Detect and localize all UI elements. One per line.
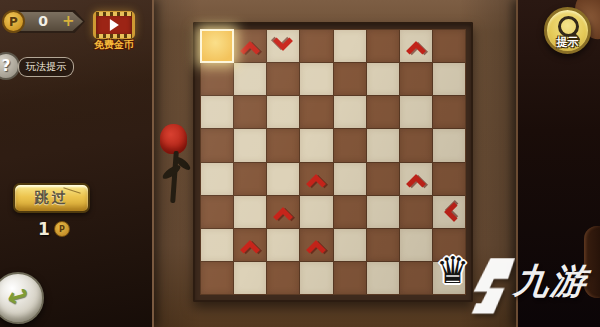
board-cell[interactable] — [300, 129, 332, 161]
board-cell[interactable] — [433, 196, 465, 228]
board-cell[interactable] — [334, 196, 366, 228]
board-cell[interactable] — [433, 229, 465, 261]
board-cell[interactable] — [267, 262, 299, 294]
arrow-up-icon — [273, 207, 293, 227]
board-cell[interactable] — [267, 163, 299, 195]
board-cell[interactable] — [234, 229, 266, 261]
skip-button[interactable]: 跳过 — [13, 183, 90, 213]
board-cell[interactable] — [234, 63, 266, 95]
tulip-petal — [160, 124, 187, 154]
arrow-up-icon — [406, 174, 426, 194]
highlighted-cell[interactable] — [201, 30, 233, 62]
board-cell[interactable] — [367, 229, 399, 261]
board-cell[interactable] — [400, 129, 432, 161]
p-coin-icon: P — [2, 10, 25, 33]
door-handle-bottom — [584, 226, 600, 298]
film-strip-icon — [93, 11, 135, 39]
board-cell[interactable] — [234, 163, 266, 195]
board-cell[interactable] — [433, 129, 465, 161]
board-cell[interactable] — [367, 63, 399, 95]
board-cell[interactable] — [367, 196, 399, 228]
board-cell[interactable] — [334, 30, 366, 62]
board-cell[interactable] — [267, 96, 299, 128]
board-cell[interactable] — [267, 129, 299, 161]
arrow-up-icon — [240, 240, 260, 260]
board-cell[interactable] — [267, 63, 299, 95]
board-cell[interactable] — [300, 96, 332, 128]
board-cell[interactable] — [334, 163, 366, 195]
board-cell[interactable] — [334, 129, 366, 161]
board-cell[interactable] — [300, 196, 332, 228]
question-mark-icon: ? — [0, 52, 20, 80]
board-cell[interactable] — [234, 96, 266, 128]
board-cell[interactable] — [201, 196, 233, 228]
play-icon — [110, 19, 119, 31]
board-cell[interactable] — [201, 129, 233, 161]
board-cell[interactable] — [300, 229, 332, 261]
board-cell[interactable] — [400, 96, 432, 128]
board-cell[interactable] — [433, 262, 465, 294]
board-cell[interactable] — [300, 262, 332, 294]
board-frame — [193, 22, 473, 302]
board-cell[interactable] — [367, 96, 399, 128]
p-coin-icon: P — [54, 221, 70, 237]
board — [200, 29, 466, 295]
board-cell[interactable] — [201, 96, 233, 128]
board-cell[interactable] — [334, 63, 366, 95]
board-cell[interactable] — [234, 30, 266, 62]
board-cell[interactable] — [367, 163, 399, 195]
arrow-left-icon — [444, 202, 464, 222]
board-cell[interactable] — [334, 96, 366, 128]
add-coins-button[interactable]: + — [62, 12, 75, 30]
board-cell[interactable] — [267, 229, 299, 261]
howto-label: 玩法提示 — [18, 57, 74, 77]
board-cell[interactable] — [433, 96, 465, 128]
board-cell[interactable] — [400, 229, 432, 261]
board-cell[interactable] — [367, 30, 399, 62]
board-cell[interactable] — [267, 30, 299, 62]
board-cell[interactable] — [300, 163, 332, 195]
board-cell[interactable] — [400, 163, 432, 195]
board-cell[interactable] — [201, 262, 233, 294]
hint-button[interactable]: 提示 — [544, 7, 591, 54]
board-cell[interactable] — [433, 163, 465, 195]
board-cell[interactable] — [234, 262, 266, 294]
board-cell[interactable] — [201, 163, 233, 195]
coin-counter[interactable]: P 0 + — [2, 9, 88, 34]
board-cell[interactable] — [433, 63, 465, 95]
board-cell[interactable] — [400, 63, 432, 95]
tulip-decoration — [156, 118, 196, 213]
arrow-up-icon — [406, 41, 426, 61]
board-cell[interactable] — [234, 196, 266, 228]
board-cell[interactable] — [300, 30, 332, 62]
board-cell[interactable] — [334, 262, 366, 294]
board-cell[interactable] — [201, 63, 233, 95]
magnifier-icon — [558, 16, 579, 37]
hint-label: 提示 — [547, 35, 588, 50]
board-cell[interactable] — [400, 30, 432, 62]
arrow-up-icon — [307, 240, 327, 260]
howto-button[interactable]: ? 玩法提示 — [0, 50, 112, 82]
board-cell[interactable] — [267, 196, 299, 228]
board-cell[interactable] — [433, 30, 465, 62]
board-cell[interactable] — [400, 262, 432, 294]
board-cell[interactable] — [300, 63, 332, 95]
coin-count-value: 0 — [30, 13, 56, 29]
arrow-down-icon — [273, 31, 293, 51]
board-cell[interactable] — [201, 229, 233, 261]
board-cell[interactable] — [234, 129, 266, 161]
board-cell[interactable] — [334, 229, 366, 261]
skip-cost: 1 P — [38, 219, 70, 239]
skip-cost-value: 1 — [38, 219, 50, 239]
arrow-up-icon — [240, 41, 260, 61]
arrow-up-icon — [307, 174, 327, 194]
game-screen: P 0 + 免费金币 ? 玩法提示 跳过 1 P ↩ 提示 ♛ 九游 — [0, 0, 600, 327]
undo-arrow-icon: ↩ — [4, 279, 33, 314]
board-cell[interactable] — [367, 129, 399, 161]
board-cell[interactable] — [400, 196, 432, 228]
board-cell[interactable] — [367, 262, 399, 294]
